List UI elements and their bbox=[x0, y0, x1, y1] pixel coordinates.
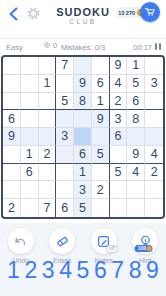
header: SUDOKU CLUB 13 270 bbox=[0, 0, 166, 38]
cell-r6c5[interactable]: 6 bbox=[74, 146, 92, 164]
cell-r1c3[interactable] bbox=[39, 57, 57, 75]
cell-r5c6[interactable] bbox=[92, 128, 110, 146]
sudoku-board: 79119645358126693893612659461542322765 bbox=[1, 55, 165, 219]
coin-count: 13 270 bbox=[118, 10, 135, 16]
cell-r2c8[interactable]: 5 bbox=[127, 75, 145, 93]
cell-r6c2[interactable]: 1 bbox=[21, 146, 39, 164]
cell-r3c8[interactable]: 6 bbox=[127, 93, 145, 111]
hint-coin-icon bbox=[147, 246, 152, 251]
cell-r6c6[interactable]: 5 bbox=[92, 146, 110, 164]
cell-r4c1[interactable]: 6 bbox=[3, 110, 21, 128]
cell-r4c6[interactable]: 9 bbox=[92, 110, 110, 128]
cell-r5c9[interactable] bbox=[145, 128, 163, 146]
cell-r7c4[interactable] bbox=[56, 164, 74, 182]
cell-r6c1[interactable] bbox=[3, 146, 21, 164]
cell-r1c1[interactable] bbox=[3, 57, 21, 75]
cell-r8c9[interactable] bbox=[145, 181, 163, 199]
cell-r3c1[interactable] bbox=[3, 93, 21, 111]
timer-label: 00:17 bbox=[133, 43, 152, 52]
numpad-key-9[interactable]: 9 bbox=[144, 257, 161, 284]
cell-r8c3[interactable] bbox=[39, 181, 57, 199]
cell-r6c3[interactable]: 2 bbox=[39, 146, 57, 164]
cell-r2c7[interactable]: 4 bbox=[110, 75, 128, 93]
cell-r6c7[interactable] bbox=[110, 146, 128, 164]
cell-r3c2[interactable] bbox=[21, 93, 39, 111]
cell-r4c3[interactable] bbox=[39, 110, 57, 128]
shop-button[interactable] bbox=[140, 2, 160, 22]
pause-button[interactable] bbox=[154, 43, 162, 51]
numpad-key-7[interactable]: 7 bbox=[109, 257, 126, 284]
cell-r5c5[interactable] bbox=[74, 128, 92, 146]
cell-r2c9[interactable]: 3 bbox=[145, 75, 163, 93]
statusbar: Easy 0 Mistakes: 0/3 00:17 bbox=[0, 39, 166, 54]
cell-r3c9[interactable] bbox=[145, 93, 163, 111]
numpad-key-1[interactable]: 1 bbox=[5, 257, 22, 284]
cell-r7c7[interactable]: 5 bbox=[110, 164, 128, 182]
cell-r7c3[interactable] bbox=[39, 164, 57, 182]
cell-r4c7[interactable]: 3 bbox=[110, 110, 128, 128]
cell-r2c4[interactable] bbox=[56, 75, 74, 93]
back-icon bbox=[6, 6, 22, 22]
cell-r2c2[interactable] bbox=[21, 75, 39, 93]
cell-r9c3[interactable]: 7 bbox=[39, 199, 57, 217]
erase-circle bbox=[49, 228, 75, 254]
cell-r7c6[interactable] bbox=[92, 164, 110, 182]
numpad-key-6[interactable]: 6 bbox=[92, 257, 109, 284]
cell-r4c8[interactable]: 8 bbox=[127, 110, 145, 128]
cell-r6c9[interactable]: 4 bbox=[145, 146, 163, 164]
numpad-key-2[interactable]: 2 bbox=[22, 257, 39, 284]
cell-r3c4[interactable]: 5 bbox=[56, 93, 74, 111]
cell-r9c9[interactable] bbox=[145, 199, 163, 217]
numpad: 123456789 bbox=[0, 257, 166, 284]
cell-r8c4[interactable] bbox=[56, 181, 74, 199]
bottom-panel: Undo Erase bbox=[0, 223, 166, 296]
cell-r1c8[interactable]: 1 bbox=[127, 57, 145, 75]
cell-r3c6[interactable]: 1 bbox=[92, 93, 110, 111]
cell-r8c8[interactable] bbox=[127, 181, 145, 199]
cell-r9c7[interactable] bbox=[110, 199, 128, 217]
undo-circle bbox=[8, 228, 34, 254]
pause-icon bbox=[159, 43, 161, 50]
cell-r8c1[interactable] bbox=[3, 181, 21, 199]
cell-r7c9[interactable]: 2 bbox=[145, 164, 163, 182]
numpad-key-5[interactable]: 5 bbox=[75, 257, 92, 284]
cell-r9c5[interactable]: 5 bbox=[74, 199, 92, 217]
cell-r8c6[interactable]: 2 bbox=[92, 181, 110, 199]
cell-r9c2[interactable] bbox=[21, 199, 39, 217]
cell-r4c4[interactable] bbox=[56, 110, 74, 128]
sudoku-app: SUDOKU CLUB 13 270 Easy 0 Mistakes: 0/3 bbox=[0, 0, 166, 296]
cell-r6c4[interactable] bbox=[56, 146, 74, 164]
cell-r7c8[interactable]: 4 bbox=[127, 164, 145, 182]
cell-r4c2[interactable] bbox=[21, 110, 39, 128]
cell-r2c5[interactable]: 9 bbox=[74, 75, 92, 93]
cell-r5c4[interactable]: 3 bbox=[56, 128, 74, 146]
cell-r3c3[interactable] bbox=[39, 93, 57, 111]
cell-r8c5[interactable]: 3 bbox=[74, 181, 92, 199]
cell-r5c8[interactable] bbox=[127, 128, 145, 146]
cell-r5c3[interactable] bbox=[39, 128, 57, 146]
cell-r9c6[interactable] bbox=[92, 199, 110, 217]
cell-r4c5[interactable] bbox=[74, 110, 92, 128]
cell-r6c8[interactable]: 9 bbox=[127, 146, 145, 164]
cell-r3c7[interactable]: 2 bbox=[110, 93, 128, 111]
numpad-key-8[interactable]: 8 bbox=[127, 257, 144, 284]
back-button[interactable] bbox=[6, 6, 22, 22]
gear-icon bbox=[26, 6, 41, 21]
cell-r9c4[interactable]: 6 bbox=[56, 199, 74, 217]
cell-r9c1[interactable]: 2 bbox=[3, 199, 21, 217]
cell-r1c7[interactable]: 9 bbox=[110, 57, 128, 75]
cell-r9c8[interactable] bbox=[127, 199, 145, 217]
eraser-icon bbox=[55, 234, 70, 249]
cell-r3c5[interactable]: 8 bbox=[74, 93, 92, 111]
cell-r2c3[interactable]: 1 bbox=[39, 75, 57, 93]
cell-r1c2[interactable] bbox=[21, 57, 39, 75]
cell-r1c9[interactable] bbox=[145, 57, 163, 75]
cell-r1c4[interactable]: 7 bbox=[56, 57, 74, 75]
numpad-key-3[interactable]: 3 bbox=[40, 257, 57, 284]
cell-r7c5[interactable]: 1 bbox=[74, 164, 92, 182]
cart-icon bbox=[144, 6, 156, 18]
notes-toggle-badge: off bbox=[106, 245, 118, 253]
numpad-key-4[interactable]: 4 bbox=[57, 257, 74, 284]
cell-r2c6[interactable]: 6 bbox=[92, 75, 110, 93]
subtitle-text: CLUB bbox=[0, 18, 166, 26]
cell-r5c1[interactable]: 9 bbox=[3, 128, 21, 146]
hint-count-badge: 100 bbox=[135, 245, 153, 252]
pause-icon bbox=[155, 43, 157, 50]
cell-r8c2[interactable] bbox=[21, 181, 39, 199]
cell-r1c5[interactable] bbox=[74, 57, 92, 75]
cell-r2c1[interactable] bbox=[3, 75, 21, 93]
cell-r4c9[interactable] bbox=[145, 110, 163, 128]
cell-r7c1[interactable] bbox=[3, 164, 21, 182]
cell-r8c7[interactable] bbox=[110, 181, 128, 199]
cell-r5c2[interactable] bbox=[21, 128, 39, 146]
cell-r1c6[interactable] bbox=[92, 57, 110, 75]
settings-button[interactable] bbox=[26, 6, 41, 21]
undo-icon bbox=[13, 234, 28, 249]
cell-r7c2[interactable]: 6 bbox=[21, 164, 39, 182]
hint-count: 100 bbox=[138, 245, 146, 252]
cell-r5c7[interactable]: 6 bbox=[110, 128, 128, 146]
